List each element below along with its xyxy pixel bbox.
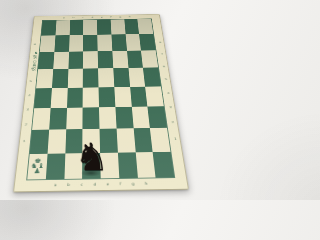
square-f2 xyxy=(116,128,135,152)
square-h1 xyxy=(153,152,174,178)
rank-label-4: 4 xyxy=(28,94,31,97)
square-a4 xyxy=(34,88,52,108)
square-c6 xyxy=(68,51,83,69)
rank-label-4: 4 xyxy=(167,92,170,95)
square-e5 xyxy=(98,68,114,87)
file-label-g: g xyxy=(119,16,121,18)
rank-label-6: 6 xyxy=(163,65,166,68)
file-label-h: h xyxy=(129,16,131,18)
corner-logo-icon: ♚♞♝♟ xyxy=(30,159,45,174)
square-h8 xyxy=(138,19,154,34)
square-a6 xyxy=(38,52,54,70)
square-f7 xyxy=(111,34,126,50)
file-label-c: c xyxy=(82,17,84,19)
square-d8 xyxy=(83,20,97,35)
square-e7 xyxy=(97,35,112,51)
square-f6 xyxy=(112,51,128,69)
rank-label-5: 5 xyxy=(29,80,31,83)
file-label-f: f xyxy=(120,182,122,186)
square-d7 xyxy=(83,35,97,51)
square-d3 xyxy=(83,107,100,129)
file-label-e: e xyxy=(106,183,109,187)
rank-label-3: 3 xyxy=(169,106,172,109)
file-label-f: f xyxy=(110,16,111,18)
square-e4 xyxy=(99,87,116,107)
square-c5 xyxy=(67,69,83,88)
square-e6 xyxy=(98,51,113,69)
square-d4 xyxy=(83,87,99,107)
square-c7 xyxy=(69,35,84,51)
square-h6 xyxy=(141,50,158,68)
file-labels-bottom: abcdefgh xyxy=(49,182,153,187)
rank-label-7: 7 xyxy=(161,53,163,55)
square-e3 xyxy=(99,107,116,129)
rank-label-2: 2 xyxy=(171,121,174,124)
rank-label-8: 8 xyxy=(159,41,161,43)
rank-label-8: 8 xyxy=(34,43,36,45)
square-a8 xyxy=(41,20,56,35)
square-f5 xyxy=(113,68,130,87)
square-c3 xyxy=(66,107,83,129)
square-b1 xyxy=(46,153,65,179)
square-a2 xyxy=(30,130,49,154)
square-b4 xyxy=(50,88,67,108)
square-d5 xyxy=(83,68,99,87)
square-b2 xyxy=(47,130,65,154)
square-b8 xyxy=(55,20,70,35)
square-c8 xyxy=(69,20,83,35)
file-label-b: b xyxy=(67,183,70,187)
square-b7 xyxy=(54,35,69,51)
square-f3 xyxy=(115,107,133,129)
black-knight: ♞ xyxy=(74,138,110,176)
square-h2 xyxy=(150,128,170,152)
file-label-e: e xyxy=(101,16,103,18)
square-f8 xyxy=(110,19,125,34)
file-label-b: b xyxy=(72,17,74,19)
square-a7 xyxy=(40,36,56,52)
file-label-c: c xyxy=(80,183,82,187)
square-h5 xyxy=(143,67,161,86)
square-h3 xyxy=(148,106,167,128)
square-h7 xyxy=(139,34,155,50)
square-a3 xyxy=(32,108,50,130)
square-f1 xyxy=(118,152,138,178)
square-d6 xyxy=(83,51,98,69)
rank-label-5: 5 xyxy=(165,78,168,81)
rank-label-1: 1 xyxy=(174,137,177,140)
file-label-d: d xyxy=(91,16,93,18)
file-label-a: a xyxy=(63,17,65,19)
square-e8 xyxy=(97,20,111,35)
square-a1: ♚♞♝♟ xyxy=(27,153,47,179)
square-h4 xyxy=(145,86,164,106)
file-label-g: g xyxy=(132,182,135,186)
rank-label-2: 2 xyxy=(25,123,28,126)
square-a5 xyxy=(36,69,53,88)
square-b6 xyxy=(53,52,69,70)
file-label-a: a xyxy=(54,183,57,187)
square-f4 xyxy=(114,87,131,107)
square-b3 xyxy=(49,108,67,130)
rank-label-1: 1 xyxy=(23,139,26,142)
rank-label-3: 3 xyxy=(26,108,29,111)
file-label-d: d xyxy=(93,183,96,187)
file-label-h: h xyxy=(145,182,148,186)
square-b5 xyxy=(52,69,68,88)
square-c4 xyxy=(67,87,83,107)
